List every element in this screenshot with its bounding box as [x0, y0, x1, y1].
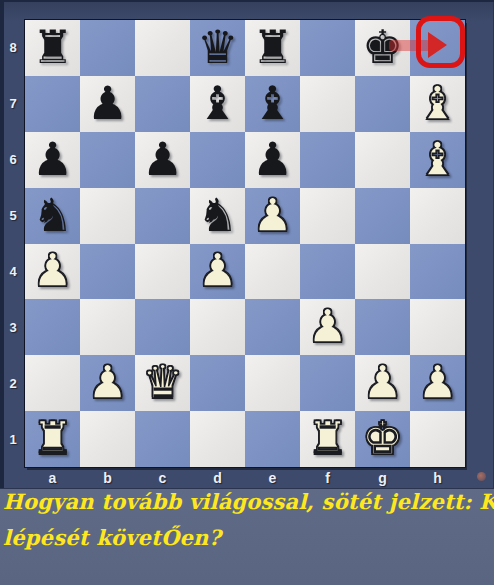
piece-white-pawn: ♟ [362, 359, 403, 405]
rank-label-5: 5 [2, 188, 24, 244]
rank-label-1: 1 [2, 411, 24, 467]
square-c7[interactable] [135, 76, 190, 132]
square-f4[interactable] [300, 244, 355, 300]
square-c4[interactable] [135, 244, 190, 300]
square-d3[interactable] [190, 299, 245, 355]
square-h4[interactable] [410, 244, 465, 300]
square-h7[interactable]: ♝ [410, 76, 465, 132]
rank-label-7: 7 [2, 76, 24, 132]
piece-white-pawn: ♟ [197, 247, 238, 293]
square-a2[interactable] [25, 355, 80, 411]
square-e2[interactable] [245, 355, 300, 411]
square-g3[interactable] [355, 299, 410, 355]
square-c6[interactable]: ♟ [135, 132, 190, 188]
square-b2[interactable]: ♟ [80, 355, 135, 411]
rank-label-3: 3 [2, 299, 24, 355]
square-a5[interactable]: ♞ [25, 188, 80, 244]
piece-white-pawn: ♟ [307, 303, 348, 349]
square-d8[interactable]: ♛ [190, 20, 245, 76]
caption-line-1: Hogyan tovább világossal, sötét jelzett:… [3, 489, 492, 514]
piece-black-rook: ♜ [32, 24, 73, 70]
piece-white-bishop: ♝ [417, 136, 458, 182]
piece-white-pawn: ♟ [32, 247, 73, 293]
square-d4[interactable]: ♟ [190, 244, 245, 300]
square-e3[interactable] [245, 299, 300, 355]
piece-black-pawn: ♟ [252, 136, 293, 182]
file-label-c: c [135, 468, 190, 487]
piece-black-bishop: ♝ [252, 80, 293, 126]
square-a3[interactable] [25, 299, 80, 355]
square-a8[interactable]: ♜ [25, 20, 80, 76]
rank-label-8: 8 [2, 20, 24, 76]
square-b6[interactable] [80, 132, 135, 188]
chess-board: ♜♛♜♚♟♝♝♝♟♟♟♝♞♞♟♟♟♟♟♛♟♟♜♜♚ [25, 20, 465, 467]
piece-black-knight: ♞ [32, 192, 73, 238]
rank-label-2: 2 [2, 355, 24, 411]
piece-white-pawn: ♟ [252, 192, 293, 238]
piece-black-rook: ♜ [252, 24, 293, 70]
square-b1[interactable] [80, 411, 135, 467]
square-e8[interactable]: ♜ [245, 20, 300, 76]
piece-black-knight: ♞ [197, 192, 238, 238]
rank-label-4: 4 [2, 244, 24, 300]
square-c2[interactable]: ♛ [135, 355, 190, 411]
square-h3[interactable] [410, 299, 465, 355]
piece-black-bishop: ♝ [197, 80, 238, 126]
square-f1[interactable]: ♜ [300, 411, 355, 467]
square-d6[interactable] [190, 132, 245, 188]
square-f2[interactable] [300, 355, 355, 411]
piece-black-pawn: ♟ [87, 80, 128, 126]
piece-black-pawn: ♟ [142, 136, 183, 182]
square-h1[interactable] [410, 411, 465, 467]
square-d1[interactable] [190, 411, 245, 467]
piece-white-rook: ♜ [32, 415, 73, 461]
square-g4[interactable] [355, 244, 410, 300]
square-a4[interactable]: ♟ [25, 244, 80, 300]
square-g2[interactable]: ♟ [355, 355, 410, 411]
square-c5[interactable] [135, 188, 190, 244]
file-label-b: b [80, 468, 135, 487]
square-e6[interactable]: ♟ [245, 132, 300, 188]
file-label-f: f [300, 468, 355, 487]
square-f5[interactable] [300, 188, 355, 244]
piece-black-queen: ♛ [197, 24, 238, 70]
rank-label-6: 6 [2, 132, 24, 188]
square-b7[interactable]: ♟ [80, 76, 135, 132]
square-b4[interactable] [80, 244, 135, 300]
square-c8[interactable] [135, 20, 190, 76]
file-label-a: a [25, 468, 80, 487]
square-h2[interactable]: ♟ [410, 355, 465, 411]
square-d5[interactable]: ♞ [190, 188, 245, 244]
square-a1[interactable]: ♜ [25, 411, 80, 467]
square-b3[interactable] [80, 299, 135, 355]
marker-dot [477, 472, 486, 481]
square-e4[interactable] [245, 244, 300, 300]
piece-white-bishop: ♝ [417, 80, 458, 126]
piece-white-rook: ♜ [307, 415, 348, 461]
piece-white-pawn: ♟ [87, 359, 128, 405]
file-label-d: d [190, 468, 245, 487]
square-e7[interactable]: ♝ [245, 76, 300, 132]
square-g7[interactable] [355, 76, 410, 132]
file-label-g: g [355, 468, 410, 487]
square-g6[interactable] [355, 132, 410, 188]
square-c3[interactable] [135, 299, 190, 355]
kh8-highlight-box [416, 16, 465, 68]
piece-white-pawn: ♟ [417, 359, 458, 405]
square-e5[interactable]: ♟ [245, 188, 300, 244]
square-f6[interactable] [300, 132, 355, 188]
chess-puzzle-window: ♜♛♜♚♟♝♝♝♟♟♟♝♞♞♟♟♟♟♟♛♟♟♜♜♚ 87654321 abcde… [0, 0, 494, 585]
square-e1[interactable] [245, 411, 300, 467]
piece-white-king: ♚ [362, 415, 403, 461]
piece-white-queen: ♛ [142, 359, 183, 405]
square-d2[interactable] [190, 355, 245, 411]
piece-black-pawn: ♟ [32, 136, 73, 182]
square-g5[interactable] [355, 188, 410, 244]
square-h5[interactable] [410, 188, 465, 244]
square-a7[interactable] [25, 76, 80, 132]
square-f3[interactable]: ♟ [300, 299, 355, 355]
file-label-e: e [245, 468, 300, 487]
square-d7[interactable]: ♝ [190, 76, 245, 132]
square-f7[interactable] [300, 76, 355, 132]
square-a6[interactable]: ♟ [25, 132, 80, 188]
file-label-h: h [410, 468, 465, 487]
caption: Hogyan tovább világossal, sötét jelzett:… [3, 489, 492, 550]
square-g1[interactable]: ♚ [355, 411, 410, 467]
square-b5[interactable] [80, 188, 135, 244]
square-c1[interactable] [135, 411, 190, 467]
square-b8[interactable] [80, 20, 135, 76]
caption-line-2: lépését követŐen? [3, 525, 492, 550]
square-h6[interactable]: ♝ [410, 132, 465, 188]
square-f8[interactable] [300, 20, 355, 76]
